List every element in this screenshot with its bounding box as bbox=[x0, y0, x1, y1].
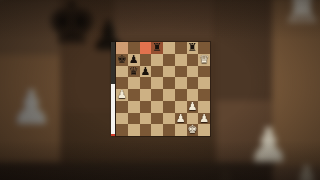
black-rook-d8: ♜ bbox=[151, 42, 163, 54]
square-e4 bbox=[163, 89, 175, 101]
square-g5 bbox=[187, 77, 199, 89]
blurred-white-rook-icon: ♜ bbox=[281, 0, 320, 30]
white-pawn-g3: ♟ bbox=[187, 101, 199, 113]
black-rook-g8: ♜ bbox=[187, 42, 199, 54]
eval-mate-tick bbox=[111, 134, 115, 136]
square-g8: ♜ bbox=[187, 42, 199, 54]
square-d7 bbox=[151, 54, 163, 66]
square-a3 bbox=[116, 101, 128, 113]
square-f6 bbox=[175, 66, 187, 78]
square-d3 bbox=[151, 101, 163, 113]
square-g3: ♟ bbox=[187, 101, 199, 113]
black-queen-b6: ♛ bbox=[128, 66, 140, 78]
square-c2 bbox=[140, 113, 152, 125]
square-c8 bbox=[140, 42, 152, 54]
blurred-dark-pawn-bottom-icon: ♟ bbox=[208, 165, 243, 180]
square-g4 bbox=[187, 89, 199, 101]
square-f5 bbox=[175, 77, 187, 89]
square-c4 bbox=[140, 89, 152, 101]
square-a2 bbox=[116, 113, 128, 125]
square-b4 bbox=[128, 89, 140, 101]
square-a1 bbox=[116, 124, 128, 136]
square-e5 bbox=[163, 77, 175, 89]
square-f8 bbox=[175, 42, 187, 54]
square-h5 bbox=[198, 77, 210, 89]
black-king-a7: ♚ bbox=[116, 54, 128, 66]
square-d6 bbox=[151, 66, 163, 78]
square-g6 bbox=[187, 66, 199, 78]
square-e8 bbox=[163, 42, 175, 54]
square-b5 bbox=[128, 77, 140, 89]
square-c5 bbox=[140, 77, 152, 89]
background-zone bbox=[216, 0, 272, 100]
blurred-light-pawn-bottom-icon: ♟ bbox=[287, 161, 320, 180]
square-e3 bbox=[163, 101, 175, 113]
square-f3 bbox=[175, 101, 187, 113]
black-pawn-c6: ♟ bbox=[140, 66, 152, 78]
square-e6 bbox=[163, 66, 175, 78]
square-h1 bbox=[198, 124, 210, 136]
square-h6 bbox=[198, 66, 210, 78]
square-b6: ♛ bbox=[128, 66, 140, 78]
square-e2 bbox=[163, 113, 175, 125]
square-d5 bbox=[151, 77, 163, 89]
white-pawn-h2: ♟ bbox=[198, 113, 210, 125]
square-g1: ♚ bbox=[187, 124, 199, 136]
square-b2 bbox=[128, 113, 140, 125]
square-a7: ♚ bbox=[116, 54, 128, 66]
square-f4 bbox=[175, 89, 187, 101]
square-a4: ♟ bbox=[116, 89, 128, 101]
white-pawn-f2: ♟ bbox=[175, 113, 187, 125]
square-c3 bbox=[140, 101, 152, 113]
square-f7 bbox=[175, 54, 187, 66]
eval-black-section bbox=[111, 42, 115, 84]
square-a6 bbox=[116, 66, 128, 78]
white-king-g1: ♚ bbox=[187, 124, 199, 136]
square-b8 bbox=[128, 42, 140, 54]
square-b7: ♟ bbox=[128, 54, 140, 66]
white-queen-h7: ♛ bbox=[198, 54, 210, 66]
video-frame[interactable]: 5 ♚♟♟♜♟♟♟ ♜♜♚♟♛♛♟♟♟♟♟♚ bbox=[0, 0, 320, 180]
blurred-white-pawn-icon: ♟ bbox=[247, 121, 290, 169]
square-b1 bbox=[128, 124, 140, 136]
black-pawn-b7: ♟ bbox=[128, 54, 140, 66]
square-e7 bbox=[163, 54, 175, 66]
square-d8: ♜ bbox=[151, 42, 163, 54]
square-h4 bbox=[198, 89, 210, 101]
square-e1 bbox=[163, 124, 175, 136]
square-h2: ♟ bbox=[198, 113, 210, 125]
square-c7 bbox=[140, 54, 152, 66]
chess-board: ♜♜♚♟♛♛♟♟♟♟♟♚ bbox=[116, 42, 210, 136]
square-c1 bbox=[140, 124, 152, 136]
square-h8 bbox=[198, 42, 210, 54]
square-c6: ♟ bbox=[140, 66, 152, 78]
square-d1 bbox=[151, 124, 163, 136]
eval-white-section bbox=[111, 84, 115, 134]
square-d2 bbox=[151, 113, 163, 125]
square-h7: ♛ bbox=[198, 54, 210, 66]
evaluation-bar bbox=[111, 42, 115, 136]
square-g7 bbox=[187, 54, 199, 66]
white-pawn-a4: ♟ bbox=[116, 89, 128, 101]
square-f2: ♟ bbox=[175, 113, 187, 125]
background-zone bbox=[114, 0, 214, 40]
square-d4 bbox=[151, 89, 163, 101]
blurred-gray-pawn-icon: ♟ bbox=[10, 84, 53, 132]
square-h3 bbox=[198, 101, 210, 113]
square-b3 bbox=[128, 101, 140, 113]
square-a8 bbox=[116, 42, 128, 54]
square-f1 bbox=[175, 124, 187, 136]
